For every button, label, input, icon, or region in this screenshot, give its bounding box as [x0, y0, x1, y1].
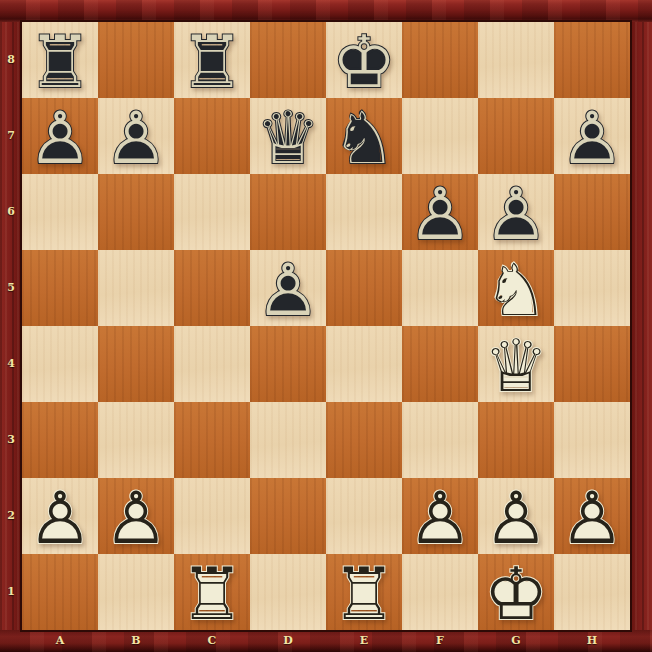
square-b1[interactable]	[98, 554, 174, 630]
rank-label-7: 7	[0, 98, 22, 174]
white-knight[interactable]: ♞♘	[478, 250, 554, 326]
square-b7[interactable]: ♟♙	[98, 98, 174, 174]
black-rook[interactable]: ♜♖	[22, 22, 98, 98]
rank-label-6: 6	[0, 174, 22, 250]
file-label-a: A	[22, 630, 98, 652]
square-c3[interactable]	[174, 402, 250, 478]
white-king-detail-icon: ♔	[478, 556, 554, 632]
square-g2[interactable]: ♟♙	[478, 478, 554, 554]
black-pawn-detail-icon: ♙	[250, 252, 326, 328]
white-rook[interactable]: ♜♖	[326, 554, 402, 630]
chess-board[interactable]: ♜♖♜♖♚♔♟♙♟♙♛♕♞♘♟♙♟♙♟♙♟♙♞♘♛♕♟♙♟♙♟♙♟♙♟♙♜♖♜♖…	[22, 22, 630, 630]
file-label-h: H	[554, 630, 630, 652]
rank-label-1: 1	[0, 554, 22, 630]
rank-label-4: 4	[0, 326, 22, 402]
square-a4[interactable]	[22, 326, 98, 402]
frame-top-edge	[0, 0, 652, 22]
square-a3[interactable]	[22, 402, 98, 478]
square-f3[interactable]	[402, 402, 478, 478]
black-king-detail-icon: ♔	[326, 24, 402, 100]
file-label-e: E	[326, 630, 402, 652]
square-d3[interactable]	[250, 402, 326, 478]
rank-labels: 87654321	[0, 22, 22, 630]
white-knight-detail-icon: ♘	[478, 252, 554, 328]
square-a2[interactable]: ♟♙	[22, 478, 98, 554]
white-pawn-detail-icon: ♙	[478, 480, 554, 556]
square-h2[interactable]: ♟♙	[554, 478, 630, 554]
square-f8[interactable]	[402, 22, 478, 98]
square-a5[interactable]	[22, 250, 98, 326]
board-frame: 87654321 ♜♖♜♖♚♔♟♙♟♙♛♕♞♘♟♙♟♙♟♙♟♙♞♘♛♕♟♙♟♙♟…	[0, 0, 652, 652]
white-rook-detail-icon: ♖	[174, 556, 250, 632]
square-d7[interactable]: ♛♕	[250, 98, 326, 174]
square-a6[interactable]	[22, 174, 98, 250]
square-g4[interactable]: ♛♕	[478, 326, 554, 402]
square-b4[interactable]	[98, 326, 174, 402]
white-pawn-detail-icon: ♙	[22, 480, 98, 556]
file-label-b: B	[98, 630, 174, 652]
white-rook[interactable]: ♜♖	[174, 554, 250, 630]
rank-label-8: 8	[0, 22, 22, 98]
square-g1[interactable]: ♚♔	[478, 554, 554, 630]
white-pawn-detail-icon: ♙	[554, 480, 630, 556]
white-pawn[interactable]: ♟♙	[22, 478, 98, 554]
square-b5[interactable]	[98, 250, 174, 326]
file-label-f: F	[402, 630, 478, 652]
white-pawn-detail-icon: ♙	[98, 480, 174, 556]
file-labels: ABCDEFGH	[22, 630, 630, 652]
black-rook-detail-icon: ♖	[22, 24, 98, 100]
black-pawn[interactable]: ♟♙	[554, 98, 630, 174]
white-pawn[interactable]: ♟♙	[402, 478, 478, 554]
square-d2[interactable]	[250, 478, 326, 554]
square-e1[interactable]: ♜♖	[326, 554, 402, 630]
rank-label-2: 2	[0, 478, 22, 554]
square-h7[interactable]: ♟♙	[554, 98, 630, 174]
rank-label-5: 5	[0, 250, 22, 326]
frame-right-edge	[630, 22, 652, 630]
square-e7[interactable]: ♞♘	[326, 98, 402, 174]
white-pawn[interactable]: ♟♙	[98, 478, 174, 554]
square-f1[interactable]	[402, 554, 478, 630]
square-e4[interactable]	[326, 326, 402, 402]
square-f5[interactable]	[402, 250, 478, 326]
square-h1[interactable]	[554, 554, 630, 630]
square-c8[interactable]: ♜♖	[174, 22, 250, 98]
black-pawn-detail-icon: ♙	[402, 176, 478, 252]
square-d4[interactable]	[250, 326, 326, 402]
white-pawn[interactable]: ♟♙	[554, 478, 630, 554]
white-king[interactable]: ♚♔	[478, 554, 554, 630]
square-a7[interactable]: ♟♙	[22, 98, 98, 174]
black-queen-detail-icon: ♕	[250, 100, 326, 176]
black-pawn[interactable]: ♟♙	[22, 98, 98, 174]
square-d8[interactable]	[250, 22, 326, 98]
square-h8[interactable]	[554, 22, 630, 98]
square-g5[interactable]: ♞♘	[478, 250, 554, 326]
square-b2[interactable]: ♟♙	[98, 478, 174, 554]
black-pawn-detail-icon: ♙	[22, 100, 98, 176]
square-h6[interactable]	[554, 174, 630, 250]
square-b8[interactable]	[98, 22, 174, 98]
black-rook-detail-icon: ♖	[174, 24, 250, 100]
file-label-c: C	[174, 630, 250, 652]
white-pawn[interactable]: ♟♙	[478, 478, 554, 554]
square-g6[interactable]: ♟♙	[478, 174, 554, 250]
white-queen[interactable]: ♛♕	[478, 326, 554, 402]
square-c2[interactable]	[174, 478, 250, 554]
square-a8[interactable]: ♜♖	[22, 22, 98, 98]
square-e6[interactable]	[326, 174, 402, 250]
black-pawn[interactable]: ♟♙	[98, 98, 174, 174]
black-pawn-detail-icon: ♙	[478, 176, 554, 252]
file-label-g: G	[478, 630, 554, 652]
black-pawn-detail-icon: ♙	[554, 100, 630, 176]
white-pawn-detail-icon: ♙	[402, 480, 478, 556]
square-h3[interactable]	[554, 402, 630, 478]
square-h4[interactable]	[554, 326, 630, 402]
square-d6[interactable]	[250, 174, 326, 250]
square-d5[interactable]: ♟♙	[250, 250, 326, 326]
square-e8[interactable]: ♚♔	[326, 22, 402, 98]
black-pawn[interactable]: ♟♙	[250, 250, 326, 326]
square-c6[interactable]	[174, 174, 250, 250]
square-g3[interactable]	[478, 402, 554, 478]
rank-label-3: 3	[0, 402, 22, 478]
square-e3[interactable]	[326, 402, 402, 478]
square-e2[interactable]	[326, 478, 402, 554]
black-pawn[interactable]: ♟♙	[402, 174, 478, 250]
black-pawn-detail-icon: ♙	[98, 100, 174, 176]
black-rook[interactable]: ♜♖	[174, 22, 250, 98]
square-f6[interactable]: ♟♙	[402, 174, 478, 250]
square-g7[interactable]	[478, 98, 554, 174]
white-rook-detail-icon: ♖	[326, 556, 402, 632]
black-queen[interactable]: ♛♕	[250, 98, 326, 174]
square-f7[interactable]	[402, 98, 478, 174]
square-c7[interactable]	[174, 98, 250, 174]
square-c5[interactable]	[174, 250, 250, 326]
square-e5[interactable]	[326, 250, 402, 326]
white-queen-detail-icon: ♕	[478, 328, 554, 404]
square-c1[interactable]: ♜♖	[174, 554, 250, 630]
square-a1[interactable]	[22, 554, 98, 630]
square-b3[interactable]	[98, 402, 174, 478]
square-h5[interactable]	[554, 250, 630, 326]
square-f4[interactable]	[402, 326, 478, 402]
square-b6[interactable]	[98, 174, 174, 250]
file-label-d: D	[250, 630, 326, 652]
square-d1[interactable]	[250, 554, 326, 630]
black-knight-detail-icon: ♘	[326, 100, 402, 176]
square-f2[interactable]: ♟♙	[402, 478, 478, 554]
black-pawn[interactable]: ♟♙	[478, 174, 554, 250]
black-king[interactable]: ♚♔	[326, 22, 402, 98]
square-g8[interactable]	[478, 22, 554, 98]
black-knight[interactable]: ♞♘	[326, 98, 402, 174]
square-c4[interactable]	[174, 326, 250, 402]
